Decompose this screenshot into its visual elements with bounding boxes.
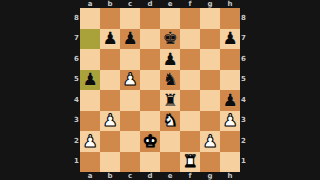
square-f2[interactable] [180,131,200,152]
square-f3[interactable] [180,111,200,132]
file-label-f: f [180,172,200,180]
letterbox-background: abcdefgh 87654321 ♟♟♚♟♟♟♟♞♜♟♟♞♟♟♚♟♜ 8765… [0,0,320,180]
square-c8[interactable] [120,8,140,29]
square-g3[interactable] [200,111,220,132]
square-e7[interactable]: ♚ [160,29,180,50]
file-label-e: e [160,0,180,8]
square-f8[interactable] [180,8,200,29]
piece-white-pawn[interactable]: ♟ [202,133,217,150]
square-e3[interactable]: ♞ [160,111,180,132]
rank-label-1: 1 [73,152,80,173]
piece-white-pawn[interactable]: ♟ [122,71,137,88]
square-h8[interactable] [220,8,240,29]
piece-black-pawn[interactable]: ♟ [102,30,117,47]
file-labels-top: abcdefgh [80,0,240,8]
rank-label-8: 8 [73,8,80,29]
rank-label-7: 7 [240,29,247,50]
corner-spacer [240,172,247,180]
file-label-e: e [160,172,180,180]
rank-label-6: 6 [240,49,247,70]
piece-black-pawn[interactable]: ♟ [222,92,237,109]
square-b7[interactable]: ♟ [100,29,120,50]
rank-labels-right: 87654321 [240,8,247,172]
square-b1[interactable] [100,152,120,173]
file-label-d: d [140,0,160,8]
piece-black-pawn[interactable]: ♟ [122,30,137,47]
rank-label-7: 7 [73,29,80,50]
square-c2[interactable] [120,131,140,152]
file-label-h: h [220,0,240,8]
piece-black-pawn[interactable]: ♟ [82,71,97,88]
square-b6[interactable] [100,49,120,70]
piece-black-knight[interactable]: ♞ [162,71,177,88]
square-b3[interactable]: ♟ [100,111,120,132]
square-c4[interactable] [120,90,140,111]
rank-label-3: 3 [73,111,80,132]
rank-label-5: 5 [240,70,247,91]
piece-white-pawn[interactable]: ♟ [222,112,237,129]
square-d1[interactable] [140,152,160,173]
rank-label-4: 4 [240,90,247,111]
piece-black-rook[interactable]: ♜ [162,92,177,109]
corner-spacer [73,0,80,8]
square-g2[interactable]: ♟ [200,131,220,152]
square-d6[interactable] [140,49,160,70]
file-label-a: a [80,172,100,180]
piece-black-pawn[interactable]: ♟ [222,30,237,47]
square-f6[interactable] [180,49,200,70]
square-g8[interactable] [200,8,220,29]
rank-label-8: 8 [240,8,247,29]
square-a7[interactable] [80,29,100,50]
rank-label-3: 3 [240,111,247,132]
square-f4[interactable] [180,90,200,111]
square-b2[interactable] [100,131,120,152]
file-label-h: h [220,172,240,180]
square-d2[interactable]: ♚ [140,131,160,152]
piece-white-king[interactable]: ♚ [142,133,157,150]
square-c1[interactable] [120,152,140,173]
square-e2[interactable] [160,131,180,152]
rank-label-6: 6 [73,49,80,70]
square-d7[interactable] [140,29,160,50]
square-c3[interactable] [120,111,140,132]
square-a1[interactable] [80,152,100,173]
file-labels-bottom: abcdefgh [80,172,240,180]
square-g1[interactable] [200,152,220,173]
file-label-g: g [200,172,220,180]
square-g6[interactable] [200,49,220,70]
file-label-f: f [180,0,200,8]
square-e8[interactable] [160,8,180,29]
square-b8[interactable] [100,8,120,29]
square-c5[interactable]: ♟ [120,70,140,91]
square-h6[interactable] [220,49,240,70]
square-a6[interactable] [80,49,100,70]
square-d8[interactable] [140,8,160,29]
file-label-b: b [100,172,120,180]
piece-black-pawn[interactable]: ♟ [162,51,177,68]
square-a3[interactable] [80,111,100,132]
file-label-c: c [120,0,140,8]
square-a4[interactable] [80,90,100,111]
square-f7[interactable] [180,29,200,50]
square-h3[interactable]: ♟ [220,111,240,132]
square-h5[interactable] [220,70,240,91]
square-h7[interactable]: ♟ [220,29,240,50]
piece-white-rook[interactable]: ♜ [182,153,197,170]
piece-white-knight[interactable]: ♞ [162,112,177,129]
square-d3[interactable] [140,111,160,132]
square-a2[interactable]: ♟ [80,131,100,152]
chess-board-frame: abcdefgh 87654321 ♟♟♚♟♟♟♟♞♜♟♟♞♟♟♚♟♜ 8765… [73,0,247,180]
square-f1[interactable]: ♜ [180,152,200,173]
file-label-c: c [120,172,140,180]
corner-spacer [240,0,247,8]
file-label-b: b [100,0,120,8]
square-b5[interactable] [100,70,120,91]
square-a5[interactable]: ♟ [80,70,100,91]
rank-label-5: 5 [73,70,80,91]
square-g5[interactable] [200,70,220,91]
square-d5[interactable] [140,70,160,91]
file-label-g: g [200,0,220,8]
rank-labels-left: 87654321 [73,8,80,172]
square-g7[interactable] [200,29,220,50]
square-c6[interactable] [120,49,140,70]
file-label-a: a [80,0,100,8]
rank-label-4: 4 [73,90,80,111]
square-a8[interactable] [80,8,100,29]
square-e1[interactable] [160,152,180,173]
square-d4[interactable] [140,90,160,111]
square-e6[interactable]: ♟ [160,49,180,70]
square-h4[interactable]: ♟ [220,90,240,111]
rank-label-1: 1 [240,152,247,173]
square-e5[interactable]: ♞ [160,70,180,91]
chess-board: ♟♟♚♟♟♟♟♞♜♟♟♞♟♟♚♟♜ [80,8,240,172]
rank-label-2: 2 [240,131,247,152]
piece-white-pawn[interactable]: ♟ [82,133,97,150]
square-c7[interactable]: ♟ [120,29,140,50]
file-label-d: d [140,172,160,180]
square-e4[interactable]: ♜ [160,90,180,111]
piece-black-king[interactable]: ♚ [162,30,177,47]
square-h1[interactable] [220,152,240,173]
square-g4[interactable] [200,90,220,111]
square-h2[interactable] [220,131,240,152]
piece-white-pawn[interactable]: ♟ [102,112,117,129]
square-f5[interactable] [180,70,200,91]
square-b4[interactable] [100,90,120,111]
rank-label-2: 2 [73,131,80,152]
corner-spacer [73,172,80,180]
